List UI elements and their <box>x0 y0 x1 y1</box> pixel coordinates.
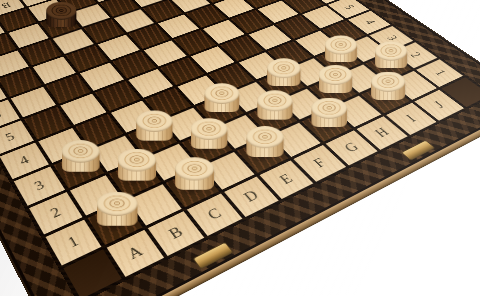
coordinate-label: 2 <box>48 205 64 221</box>
coordinate-label: B <box>166 224 186 243</box>
coordinate-label: 4 <box>17 153 31 167</box>
coordinate-label: D <box>241 188 262 205</box>
coordinate-label: J <box>431 99 447 110</box>
coordinate-label: E <box>277 171 296 187</box>
checker-white-j2[interactable] <box>375 41 407 70</box>
coordinate-label: 2 <box>406 51 422 60</box>
checker-top <box>62 140 100 163</box>
checker-white-f2[interactable] <box>257 90 292 122</box>
checker-top <box>118 149 156 172</box>
square-e1[interactable] <box>237 137 289 173</box>
brass-hinge-right <box>402 141 434 160</box>
checker-top <box>97 192 138 216</box>
checker-white-h2[interactable] <box>319 65 353 95</box>
checker-white-c1[interactable] <box>175 157 214 192</box>
checkers-board: ABCDEFGHIJ1010998877665544332211ABCDEFGH… <box>0 0 480 296</box>
checker-white-e3[interactable] <box>205 83 240 114</box>
coordinate-label: I <box>403 113 419 125</box>
checker-white-b2[interactable] <box>118 149 156 184</box>
checker-white-a1[interactable] <box>97 192 138 229</box>
coordinate-label: H <box>372 126 392 140</box>
checker-top <box>267 58 300 78</box>
board-grid: ABCDEFGHIJ1010998877665544332211ABCDEFGH… <box>0 0 480 296</box>
checker-white-d2[interactable] <box>191 118 228 151</box>
checker-white-g3[interactable] <box>267 58 300 88</box>
checker-white-e1[interactable] <box>246 126 283 160</box>
coordinate-label: 6 <box>0 109 3 121</box>
square-a3[interactable] <box>54 151 105 188</box>
coordinate-label: 4 <box>361 18 377 26</box>
brass-hinge-left <box>194 243 233 269</box>
checker-top <box>136 111 172 133</box>
label-left-6: 6 <box>0 100 20 132</box>
checker-top <box>325 35 357 54</box>
checker-top <box>257 90 292 111</box>
coordinate-label: 1 <box>431 68 448 77</box>
coordinate-label: 5 <box>341 4 356 11</box>
checker-top <box>312 98 348 119</box>
coordinate-label: A <box>125 243 146 263</box>
checker-white-g1[interactable] <box>312 98 348 130</box>
checker-top <box>175 157 214 180</box>
checker-top <box>371 72 405 92</box>
checker-top <box>246 126 283 148</box>
checker-white-c3[interactable] <box>136 111 172 144</box>
coordinate-label: 5 <box>3 130 17 143</box>
coordinate-label: 3 <box>32 178 47 193</box>
coordinate-label: C <box>204 205 224 223</box>
checker-white-i3[interactable] <box>325 35 357 64</box>
checker-top <box>319 65 353 85</box>
checker-top <box>191 118 228 140</box>
checker-top <box>205 83 240 104</box>
checker-white-i1[interactable] <box>371 72 405 103</box>
checker-top <box>46 2 76 20</box>
label-bottom-c: C <box>187 193 242 236</box>
coordinate-label: B <box>0 0 12 9</box>
checker-black-c9[interactable] <box>46 2 76 29</box>
coordinate-label: F <box>310 156 329 171</box>
coordinate-label: G <box>341 140 362 155</box>
coordinate-label: 1 <box>65 233 82 251</box>
checker-top <box>375 41 407 60</box>
checker-white-a3[interactable] <box>62 140 100 174</box>
border-corner <box>63 249 121 296</box>
photo-stage: ABCDEFGHIJ1010998877665544332211ABCDEFGH… <box>0 0 480 296</box>
